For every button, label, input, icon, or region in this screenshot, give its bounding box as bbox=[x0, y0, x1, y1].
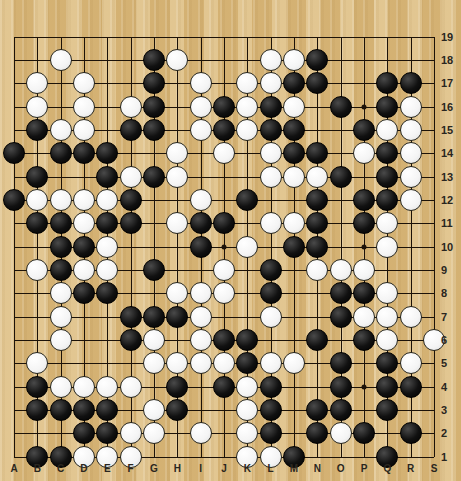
white-stone-H5[interactable] bbox=[166, 352, 188, 374]
white-stone-H11[interactable] bbox=[166, 212, 188, 234]
white-stone-F2[interactable] bbox=[120, 422, 142, 444]
white-stone-D9[interactable] bbox=[73, 259, 95, 281]
column-label-Q: Q bbox=[383, 463, 391, 474]
star-point bbox=[361, 384, 366, 389]
white-stone-F4[interactable] bbox=[120, 376, 142, 398]
black-stone-Q12[interactable] bbox=[376, 189, 398, 211]
white-stone-Q11[interactable] bbox=[376, 212, 398, 234]
row-label-1: 1 bbox=[441, 451, 447, 463]
white-stone-H14[interactable] bbox=[166, 142, 188, 164]
white-stone-R13[interactable] bbox=[400, 166, 422, 188]
white-stone-M13[interactable] bbox=[283, 166, 305, 188]
black-stone-K6[interactable] bbox=[236, 329, 258, 351]
black-stone-F7[interactable] bbox=[120, 306, 142, 328]
white-stone-I6[interactable] bbox=[190, 329, 212, 351]
black-stone-J6[interactable] bbox=[213, 329, 235, 351]
white-stone-I7[interactable] bbox=[190, 306, 212, 328]
white-stone-P7[interactable] bbox=[353, 306, 375, 328]
white-stone-G2[interactable] bbox=[143, 422, 165, 444]
white-stone-R15[interactable] bbox=[400, 119, 422, 141]
white-stone-D16[interactable] bbox=[73, 96, 95, 118]
white-stone-B5[interactable] bbox=[26, 352, 48, 374]
white-stone-L17[interactable] bbox=[260, 72, 282, 94]
black-stone-J11[interactable] bbox=[213, 212, 235, 234]
column-label-N: N bbox=[314, 463, 321, 474]
column-label-H: H bbox=[174, 463, 181, 474]
white-stone-R12[interactable] bbox=[400, 189, 422, 211]
white-stone-Q15[interactable] bbox=[376, 119, 398, 141]
white-stone-D15[interactable] bbox=[73, 119, 95, 141]
column-label-C: C bbox=[57, 463, 64, 474]
black-stone-E14[interactable] bbox=[96, 142, 118, 164]
white-stone-Q7[interactable] bbox=[376, 306, 398, 328]
white-stone-B12[interactable] bbox=[26, 189, 48, 211]
white-stone-C6[interactable] bbox=[50, 329, 72, 351]
white-stone-H8[interactable] bbox=[166, 282, 188, 304]
white-stone-I5[interactable] bbox=[190, 352, 212, 374]
black-stone-B4[interactable] bbox=[26, 376, 48, 398]
white-stone-F16[interactable] bbox=[120, 96, 142, 118]
black-stone-B3[interactable] bbox=[26, 399, 48, 421]
white-stone-O9[interactable] bbox=[330, 259, 352, 281]
row-label-9: 9 bbox=[441, 264, 447, 276]
white-stone-B16[interactable] bbox=[26, 96, 48, 118]
white-stone-F13[interactable] bbox=[120, 166, 142, 188]
black-stone-O3[interactable] bbox=[330, 399, 352, 421]
black-stone-J4[interactable] bbox=[213, 376, 235, 398]
white-stone-J5[interactable] bbox=[213, 352, 235, 374]
black-stone-M17[interactable] bbox=[283, 72, 305, 94]
column-label-P: P bbox=[361, 463, 368, 474]
black-stone-Q4[interactable] bbox=[376, 376, 398, 398]
black-stone-M10[interactable] bbox=[283, 236, 305, 258]
black-stone-D14[interactable] bbox=[73, 142, 95, 164]
black-stone-L3[interactable] bbox=[260, 399, 282, 421]
white-stone-D11[interactable] bbox=[73, 212, 95, 234]
black-stone-G9[interactable] bbox=[143, 259, 165, 281]
black-stone-E8[interactable] bbox=[96, 282, 118, 304]
white-stone-Q8[interactable] bbox=[376, 282, 398, 304]
black-stone-L8[interactable] bbox=[260, 282, 282, 304]
black-stone-F15[interactable] bbox=[120, 119, 142, 141]
black-stone-N14[interactable] bbox=[306, 142, 328, 164]
white-stone-M5[interactable] bbox=[283, 352, 305, 374]
white-stone-D4[interactable] bbox=[73, 376, 95, 398]
black-stone-J16[interactable] bbox=[213, 96, 235, 118]
black-stone-P12[interactable] bbox=[353, 189, 375, 211]
black-stone-F12[interactable] bbox=[120, 189, 142, 211]
row-label-11: 11 bbox=[441, 217, 453, 229]
white-stone-K16[interactable] bbox=[236, 96, 258, 118]
white-stone-C7[interactable] bbox=[50, 306, 72, 328]
column-label-G: G bbox=[150, 463, 158, 474]
black-stone-L4[interactable] bbox=[260, 376, 282, 398]
black-stone-O13[interactable] bbox=[330, 166, 352, 188]
black-stone-Q16[interactable] bbox=[376, 96, 398, 118]
white-stone-I17[interactable] bbox=[190, 72, 212, 94]
white-stone-M16[interactable] bbox=[283, 96, 305, 118]
white-stone-I2[interactable] bbox=[190, 422, 212, 444]
black-stone-O5[interactable] bbox=[330, 352, 352, 374]
black-stone-L2[interactable] bbox=[260, 422, 282, 444]
white-stone-I16[interactable] bbox=[190, 96, 212, 118]
black-stone-B11[interactable] bbox=[26, 212, 48, 234]
white-stone-B9[interactable] bbox=[26, 259, 48, 281]
star-point bbox=[361, 104, 366, 109]
black-stone-C11[interactable] bbox=[50, 212, 72, 234]
white-stone-H13[interactable] bbox=[166, 166, 188, 188]
white-stone-K15[interactable] bbox=[236, 119, 258, 141]
black-stone-N17[interactable] bbox=[306, 72, 328, 94]
black-stone-N11[interactable] bbox=[306, 212, 328, 234]
white-stone-C4[interactable] bbox=[50, 376, 72, 398]
white-stone-K4[interactable] bbox=[236, 376, 258, 398]
row-label-3: 3 bbox=[441, 404, 447, 416]
white-stone-Q10[interactable] bbox=[376, 236, 398, 258]
white-stone-L5[interactable] bbox=[260, 352, 282, 374]
white-stone-R5[interactable] bbox=[400, 352, 422, 374]
black-stone-L9[interactable] bbox=[260, 259, 282, 281]
black-stone-E3[interactable] bbox=[96, 399, 118, 421]
black-stone-F11[interactable] bbox=[120, 212, 142, 234]
black-stone-P11[interactable] bbox=[353, 212, 375, 234]
black-stone-P8[interactable] bbox=[353, 282, 375, 304]
row-label-13: 13 bbox=[441, 171, 453, 183]
row-label-6: 6 bbox=[441, 334, 447, 346]
white-stone-K10[interactable] bbox=[236, 236, 258, 258]
black-stone-E2[interactable] bbox=[96, 422, 118, 444]
row-label-17: 17 bbox=[441, 77, 453, 89]
black-stone-E13[interactable] bbox=[96, 166, 118, 188]
column-label-R: R bbox=[407, 463, 414, 474]
black-stone-G18[interactable] bbox=[143, 49, 165, 71]
white-stone-J14[interactable] bbox=[213, 142, 235, 164]
black-stone-N12[interactable] bbox=[306, 189, 328, 211]
black-stone-Q3[interactable] bbox=[376, 399, 398, 421]
black-stone-K12[interactable] bbox=[236, 189, 258, 211]
column-label-A: A bbox=[10, 463, 17, 474]
black-stone-N10[interactable] bbox=[306, 236, 328, 258]
black-stone-D3[interactable] bbox=[73, 399, 95, 421]
row-label-16: 16 bbox=[441, 101, 453, 113]
white-stone-G5[interactable] bbox=[143, 352, 165, 374]
row-label-19: 19 bbox=[441, 31, 453, 43]
white-stone-P9[interactable] bbox=[353, 259, 375, 281]
black-stone-B15[interactable] bbox=[26, 119, 48, 141]
white-stone-E4[interactable] bbox=[96, 376, 118, 398]
column-label-K: K bbox=[244, 463, 251, 474]
white-stone-I8[interactable] bbox=[190, 282, 212, 304]
white-stone-C15[interactable] bbox=[50, 119, 72, 141]
black-stone-H7[interactable] bbox=[166, 306, 188, 328]
white-stone-E12[interactable] bbox=[96, 189, 118, 211]
white-stone-R14[interactable] bbox=[400, 142, 422, 164]
white-stone-L7[interactable] bbox=[260, 306, 282, 328]
black-stone-G7[interactable] bbox=[143, 306, 165, 328]
black-stone-N6[interactable] bbox=[306, 329, 328, 351]
white-stone-I15[interactable] bbox=[190, 119, 212, 141]
black-stone-F6[interactable] bbox=[120, 329, 142, 351]
black-stone-D8[interactable] bbox=[73, 282, 95, 304]
black-stone-A14[interactable] bbox=[3, 142, 25, 164]
black-stone-E11[interactable] bbox=[96, 212, 118, 234]
white-stone-R7[interactable] bbox=[400, 306, 422, 328]
column-label-O: O bbox=[337, 463, 345, 474]
white-stone-M18[interactable] bbox=[283, 49, 305, 71]
black-stone-C3[interactable] bbox=[50, 399, 72, 421]
black-stone-P15[interactable] bbox=[353, 119, 375, 141]
black-stone-P2[interactable] bbox=[353, 422, 375, 444]
white-stone-P14[interactable] bbox=[353, 142, 375, 164]
black-stone-G13[interactable] bbox=[143, 166, 165, 188]
white-stone-L11[interactable] bbox=[260, 212, 282, 234]
grid-line-vertical bbox=[434, 37, 435, 457]
black-stone-Q17[interactable] bbox=[376, 72, 398, 94]
white-stone-E10[interactable] bbox=[96, 236, 118, 258]
white-stone-L14[interactable] bbox=[260, 142, 282, 164]
white-stone-D12[interactable] bbox=[73, 189, 95, 211]
black-stone-A12[interactable] bbox=[3, 189, 25, 211]
black-stone-J15[interactable] bbox=[213, 119, 235, 141]
black-stone-B13[interactable] bbox=[26, 166, 48, 188]
white-stone-R16[interactable] bbox=[400, 96, 422, 118]
black-stone-O7[interactable] bbox=[330, 306, 352, 328]
row-label-15: 15 bbox=[441, 124, 453, 136]
star-point bbox=[361, 244, 366, 249]
white-stone-I12[interactable] bbox=[190, 189, 212, 211]
row-label-8: 8 bbox=[441, 287, 447, 299]
white-stone-J9[interactable] bbox=[213, 259, 235, 281]
black-stone-K5[interactable] bbox=[236, 352, 258, 374]
white-stone-N13[interactable] bbox=[306, 166, 328, 188]
black-stone-G16[interactable] bbox=[143, 96, 165, 118]
black-stone-P6[interactable] bbox=[353, 329, 375, 351]
black-stone-R4[interactable] bbox=[400, 376, 422, 398]
white-stone-C18[interactable] bbox=[50, 49, 72, 71]
black-stone-I10[interactable] bbox=[190, 236, 212, 258]
white-stone-K17[interactable] bbox=[236, 72, 258, 94]
black-stone-I11[interactable] bbox=[190, 212, 212, 234]
black-stone-H4[interactable] bbox=[166, 376, 188, 398]
row-label-14: 14 bbox=[441, 147, 453, 159]
black-stone-D2[interactable] bbox=[73, 422, 95, 444]
white-stone-C8[interactable] bbox=[50, 282, 72, 304]
column-label-B: B bbox=[34, 463, 41, 474]
white-stone-L18[interactable] bbox=[260, 49, 282, 71]
black-stone-D10[interactable] bbox=[73, 236, 95, 258]
row-label-10: 10 bbox=[441, 241, 453, 253]
column-label-M: M bbox=[290, 463, 298, 474]
white-stone-L13[interactable] bbox=[260, 166, 282, 188]
black-stone-Q14[interactable] bbox=[376, 142, 398, 164]
row-label-2: 2 bbox=[441, 427, 447, 439]
column-label-L: L bbox=[268, 463, 274, 474]
white-stone-G3[interactable] bbox=[143, 399, 165, 421]
column-label-S: S bbox=[431, 463, 438, 474]
column-label-F: F bbox=[128, 463, 134, 474]
white-stone-K3[interactable] bbox=[236, 399, 258, 421]
row-label-4: 4 bbox=[441, 381, 447, 393]
black-stone-G15[interactable] bbox=[143, 119, 165, 141]
column-label-J: J bbox=[221, 463, 227, 474]
black-stone-O8[interactable] bbox=[330, 282, 352, 304]
white-stone-C12[interactable] bbox=[50, 189, 72, 211]
black-stone-C10[interactable] bbox=[50, 236, 72, 258]
column-label-D: D bbox=[80, 463, 87, 474]
black-stone-L15[interactable] bbox=[260, 119, 282, 141]
white-stone-E9[interactable] bbox=[96, 259, 118, 281]
black-stone-N3[interactable] bbox=[306, 399, 328, 421]
white-stone-N9[interactable] bbox=[306, 259, 328, 281]
black-stone-O4[interactable] bbox=[330, 376, 352, 398]
black-stone-R2[interactable] bbox=[400, 422, 422, 444]
white-stone-Q6[interactable] bbox=[376, 329, 398, 351]
white-stone-H18[interactable] bbox=[166, 49, 188, 71]
black-stone-R17[interactable] bbox=[400, 72, 422, 94]
black-stone-Q13[interactable] bbox=[376, 166, 398, 188]
white-stone-B17[interactable] bbox=[26, 72, 48, 94]
white-stone-K2[interactable] bbox=[236, 422, 258, 444]
white-stone-G6[interactable] bbox=[143, 329, 165, 351]
row-label-12: 12 bbox=[441, 194, 453, 206]
white-stone-D17[interactable] bbox=[73, 72, 95, 94]
black-stone-H3[interactable] bbox=[166, 399, 188, 421]
black-stone-C9[interactable] bbox=[50, 259, 72, 281]
star-point bbox=[221, 244, 226, 249]
column-label-I: I bbox=[199, 463, 202, 474]
black-stone-M14[interactable] bbox=[283, 142, 305, 164]
column-label-E: E bbox=[104, 463, 111, 474]
black-stone-L16[interactable] bbox=[260, 96, 282, 118]
go-board-screenshot: ABCDEFGHIJKLMNOPQRS191817161514131211109… bbox=[0, 0, 461, 481]
white-stone-J8[interactable] bbox=[213, 282, 235, 304]
black-stone-N2[interactable] bbox=[306, 422, 328, 444]
white-stone-M11[interactable] bbox=[283, 212, 305, 234]
black-stone-N18[interactable] bbox=[306, 49, 328, 71]
black-stone-Q5[interactable] bbox=[376, 352, 398, 374]
black-stone-M15[interactable] bbox=[283, 119, 305, 141]
black-stone-G17[interactable] bbox=[143, 72, 165, 94]
black-stone-O16[interactable] bbox=[330, 96, 352, 118]
row-label-7: 7 bbox=[441, 311, 447, 323]
black-stone-C14[interactable] bbox=[50, 142, 72, 164]
white-stone-O2[interactable] bbox=[330, 422, 352, 444]
row-label-5: 5 bbox=[441, 357, 447, 369]
row-label-18: 18 bbox=[441, 54, 453, 66]
